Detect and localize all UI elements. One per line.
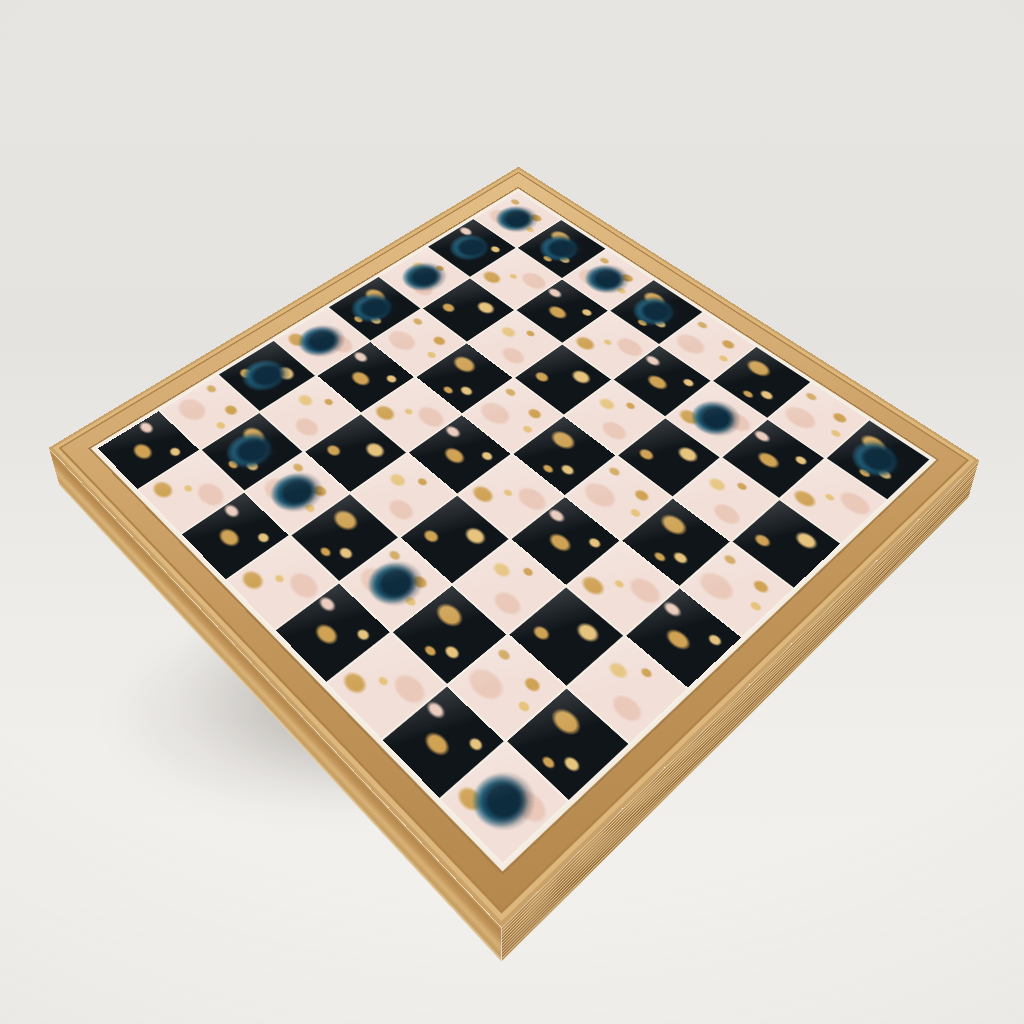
square-g2[interactable] <box>448 635 566 740</box>
square-a7[interactable]: ♛ <box>428 219 515 276</box>
square-b2[interactable]: ♟ <box>201 413 302 491</box>
rook-glyph: ♜ <box>788 365 969 469</box>
square-f4[interactable] <box>512 497 619 584</box>
square-d1[interactable] <box>227 537 337 629</box>
bishop-glyph: ♝ <box>293 216 455 317</box>
square-b3[interactable] <box>261 377 359 451</box>
square-f8[interactable] <box>713 347 810 417</box>
rook-glyph: ♜ <box>239 254 405 350</box>
felt-base-a5 <box>338 283 412 334</box>
felt-base-d8 <box>619 286 693 337</box>
rook-glyph: ♜ <box>182 286 352 384</box>
felt-base-b8 <box>526 225 596 272</box>
square-c4[interactable] <box>362 378 461 452</box>
bishop-glyph: ♝ <box>298 472 494 594</box>
board-frame: ♜♟♟♟♜♛♝♜♝♜♜♟♟♝♜ <box>49 167 979 927</box>
board-grid: ♜♟♟♟♜♛♝♜♝♜♜♟♟♝♜ <box>91 188 937 871</box>
scene-3d: ♜♟♟♟♜♛♝♜♝♜♜♟♟♝♜ <box>0 0 1024 1024</box>
square-h2[interactable] <box>507 688 629 800</box>
square-g4[interactable] <box>567 542 678 635</box>
square-d5[interactable] <box>464 379 563 453</box>
square-d2[interactable] <box>291 494 398 581</box>
felt-base-h8 <box>837 428 920 491</box>
felt-base-b2 <box>211 420 293 483</box>
square-h6[interactable] <box>733 500 841 588</box>
square-c3[interactable] <box>305 414 406 492</box>
square-c6[interactable] <box>468 311 562 378</box>
square-b5[interactable] <box>371 309 465 375</box>
square-h4[interactable] <box>627 589 741 688</box>
pawn-glyph: ♟ <box>205 418 390 502</box>
square-e4[interactable] <box>459 455 563 537</box>
square-a6[interactable]: ♜ <box>380 247 469 307</box>
square-c2[interactable]: ♟ <box>245 452 349 534</box>
bishop-glyph: ♝ <box>629 318 805 427</box>
felt-base-a6 <box>388 253 460 302</box>
square-b8[interactable]: ♟ <box>518 220 605 278</box>
square-e5[interactable] <box>513 417 615 495</box>
square-c5[interactable] <box>416 343 512 413</box>
felt-base-e2 <box>351 547 440 622</box>
pawn-glyph: ♟ <box>575 246 737 320</box>
pawn-glyph: ♟ <box>484 186 639 256</box>
felt-base-c8 <box>572 255 644 304</box>
square-g1[interactable] <box>383 687 504 799</box>
felt-base-f7 <box>676 388 756 448</box>
square-c1[interactable] <box>182 493 289 580</box>
rook-glyph: ♜ <box>345 194 503 285</box>
felt-base-a7 <box>437 224 507 270</box>
square-e7[interactable] <box>614 346 710 416</box>
felt-base-a8 <box>483 197 552 241</box>
felt-base-a3 <box>228 347 305 403</box>
square-f3[interactable] <box>454 540 565 633</box>
square-e1[interactable] <box>276 584 390 682</box>
square-e6[interactable] <box>565 380 664 454</box>
square-b1[interactable] <box>139 451 243 533</box>
pawn-glyph: ♟ <box>529 216 687 288</box>
felt-base-a4 <box>284 314 360 368</box>
square-c7[interactable] <box>517 279 609 342</box>
square-c8[interactable]: ♟ <box>563 249 652 309</box>
felt-base-h1 <box>453 754 554 850</box>
square-h1[interactable]: ♜ <box>441 743 567 862</box>
felt-base-c2 <box>255 460 339 526</box>
square-a1[interactable] <box>98 411 199 488</box>
square-g7[interactable] <box>722 419 824 497</box>
board-edge-front-left <box>49 448 502 962</box>
square-b7[interactable] <box>471 248 560 308</box>
square-b6[interactable] <box>423 278 514 341</box>
square-f1[interactable] <box>327 634 444 738</box>
square-b4[interactable] <box>318 342 414 412</box>
rook-glyph: ♜ <box>442 140 593 227</box>
square-a4[interactable]: ♜ <box>275 308 368 374</box>
board-cast-shadow <box>18 360 998 900</box>
chess-board-box: ♜♟♟♟♜♛♝♜♝♜♜♟♟♝♜ <box>49 167 979 927</box>
queen-glyph: ♛ <box>395 160 550 256</box>
square-g5[interactable] <box>622 499 730 587</box>
square-e2[interactable]: ♝ <box>340 538 450 630</box>
square-e8[interactable] <box>661 313 755 380</box>
square-g8[interactable] <box>769 383 868 457</box>
square-f5[interactable] <box>566 456 671 539</box>
square-d7[interactable] <box>564 312 658 379</box>
square-d8[interactable]: ♟ <box>611 280 703 343</box>
photo-backdrop: ♜♟♟♟♜♛♝♜♝♜♜♟♟♝♜ Decorative chess set pho… <box>0 0 1024 1024</box>
square-a2[interactable] <box>160 375 258 448</box>
square-a5[interactable]: ♝ <box>329 277 420 340</box>
square-h5[interactable] <box>681 543 792 636</box>
square-d6[interactable] <box>515 345 611 415</box>
square-h3[interactable] <box>569 637 687 742</box>
square-h7[interactable] <box>781 459 886 542</box>
square-e3[interactable] <box>401 496 508 583</box>
square-a8[interactable]: ♜ <box>475 192 560 247</box>
square-d4[interactable] <box>409 415 510 493</box>
square-f7[interactable]: ♝ <box>667 382 766 456</box>
square-f2[interactable] <box>393 585 507 683</box>
pawn-glyph: ♟ <box>162 379 342 461</box>
square-d3[interactable] <box>352 454 456 536</box>
square-a3[interactable]: ♜ <box>219 341 315 411</box>
square-g6[interactable] <box>674 458 779 541</box>
square-g3[interactable] <box>509 587 623 685</box>
square-f6[interactable] <box>618 418 720 496</box>
square-h8[interactable]: ♜ <box>827 421 929 500</box>
board-edge-front-right <box>501 460 979 962</box>
rook-glyph: ♜ <box>393 685 616 814</box>
